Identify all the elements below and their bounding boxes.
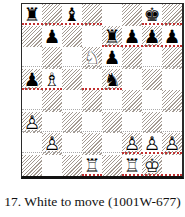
chess-board: ♜♜♝♝♚♚♟♟♜♜♟♟♟♟♟♟♞♘♟♟♟♟♝♗♞♞♟♙♟♙♟♙♟♙♟♙♜♖♜♖… — [22, 4, 182, 176]
square-g8: ♚♚ — [142, 4, 162, 26]
piece-white-pawn-a3: ♟♙ — [22, 112, 42, 134]
square-f8 — [122, 4, 142, 26]
square-b8 — [42, 4, 62, 26]
square-a3: ♟♙ — [22, 112, 42, 134]
piece-white-pawn-f2: ♟♙ — [122, 133, 142, 155]
chess-diagram-screenshot: ♜♜♝♝♚♚♟♟♜♜♟♟♟♟♟♟♞♘♟♟♟♟♝♗♞♞♟♙♟♙♟♙♟♙♟♙♜♖♜♖… — [0, 0, 185, 217]
square-f3 — [122, 112, 142, 134]
caption: 17. White to move (1001W-677) — [0, 194, 185, 210]
square-f7: ♟♟ — [122, 26, 142, 48]
square-g4 — [142, 90, 162, 112]
square-g2: ♟♙ — [142, 133, 162, 155]
square-b1 — [42, 155, 62, 177]
square-e1 — [102, 155, 122, 177]
square-c6 — [62, 47, 82, 69]
piece-black-pawn-e6: ♟♟ — [102, 47, 122, 69]
square-a7 — [22, 26, 42, 48]
square-e7: ♜♜ — [102, 26, 122, 48]
square-h3 — [162, 112, 182, 134]
piece-black-bishop-c8: ♝♝ — [62, 4, 82, 26]
piece-white-knight-d6: ♞♘ — [82, 47, 102, 69]
piece-black-king-g8: ♚♚ — [142, 4, 162, 26]
square-b7: ♟♟ — [42, 26, 62, 48]
square-e8 — [102, 4, 122, 26]
square-d5 — [82, 69, 102, 91]
piece-black-pawn-h7: ♟♟ — [162, 26, 182, 48]
square-c4 — [62, 90, 82, 112]
piece-white-pawn-h2: ♟♙ — [162, 133, 182, 155]
square-c1 — [62, 155, 82, 177]
square-f5 — [122, 69, 142, 91]
piece-white-pawn-g2: ♟♙ — [142, 133, 162, 155]
square-c8: ♝♝ — [62, 4, 82, 26]
square-c5 — [62, 69, 82, 91]
piece-white-pawn-b2: ♟♙ — [42, 133, 62, 155]
square-c3 — [62, 112, 82, 134]
square-a2 — [22, 133, 42, 155]
square-h4 — [162, 90, 182, 112]
piece-black-rook-a8: ♜♜ — [22, 4, 42, 26]
square-g7: ♟♟ — [142, 26, 162, 48]
square-a1 — [22, 155, 42, 177]
square-h2: ♟♙ — [162, 133, 182, 155]
piece-white-bishop-b5: ♝♗ — [42, 69, 62, 91]
square-f6 — [122, 47, 142, 69]
square-b4 — [42, 90, 62, 112]
piece-black-pawn-b7: ♟♟ — [42, 26, 62, 48]
square-d3 — [82, 112, 102, 134]
square-g1: ♚♔ — [142, 155, 162, 177]
square-b5: ♝♗ — [42, 69, 62, 91]
square-e5: ♞♞ — [102, 69, 122, 91]
piece-black-rook-e7: ♜♜ — [102, 26, 122, 48]
piece-white-rook-d1: ♜♖ — [82, 155, 102, 177]
piece-white-rook-f1: ♜♖ — [122, 155, 142, 177]
square-b3 — [42, 112, 62, 134]
square-a6 — [22, 47, 42, 69]
square-c2 — [62, 133, 82, 155]
square-a8: ♜♜ — [22, 4, 42, 26]
square-b2: ♟♙ — [42, 133, 62, 155]
square-h5 — [162, 69, 182, 91]
square-a5: ♟♟ — [22, 69, 42, 91]
square-f4 — [122, 90, 142, 112]
square-d1: ♜♖ — [82, 155, 102, 177]
piece-black-knight-e5: ♞♞ — [102, 69, 122, 91]
square-g6 — [142, 47, 162, 69]
square-h8 — [162, 4, 182, 26]
square-e3 — [102, 112, 122, 134]
square-a4 — [22, 90, 42, 112]
square-d4 — [82, 90, 102, 112]
piece-black-pawn-a5: ♟♟ — [22, 69, 42, 91]
square-d8 — [82, 4, 102, 26]
piece-white-king-g1: ♚♔ — [142, 155, 162, 177]
square-d2 — [82, 133, 102, 155]
piece-black-pawn-g7: ♟♟ — [142, 26, 162, 48]
square-d6: ♞♘ — [82, 47, 102, 69]
square-d7 — [82, 26, 102, 48]
square-e4 — [102, 90, 122, 112]
square-h1 — [162, 155, 182, 177]
square-c7 — [62, 26, 82, 48]
square-h7: ♟♟ — [162, 26, 182, 48]
square-f1: ♜♖ — [122, 155, 142, 177]
square-h6 — [162, 47, 182, 69]
square-b6 — [42, 47, 62, 69]
square-g3 — [142, 112, 162, 134]
square-g5 — [142, 69, 162, 91]
square-e6: ♟♟ — [102, 47, 122, 69]
board-frame: ♜♜♝♝♚♚♟♟♜♜♟♟♟♟♟♟♞♘♟♟♟♟♝♗♞♞♟♙♟♙♟♙♟♙♟♙♜♖♜♖… — [21, 3, 184, 179]
square-f2: ♟♙ — [122, 133, 142, 155]
square-e2 — [102, 133, 122, 155]
piece-black-pawn-f7: ♟♟ — [122, 26, 142, 48]
